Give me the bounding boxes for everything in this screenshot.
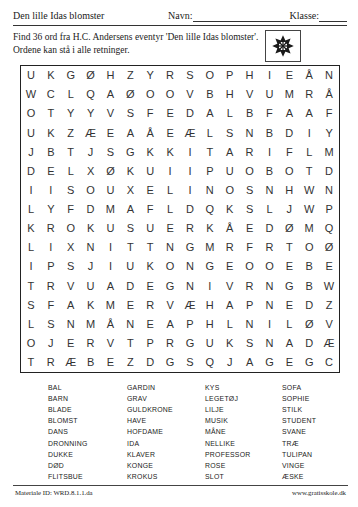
- grid-cell[interactable]: N: [260, 333, 280, 352]
- grid-cell[interactable]: U: [220, 161, 240, 180]
- grid-cell[interactable]: S: [240, 333, 260, 352]
- word-item: LEGETØJ: [205, 393, 282, 404]
- grid-cell[interactable]: Z: [61, 123, 81, 142]
- grid-cell[interactable]: Å: [319, 85, 339, 104]
- grid-cell[interactable]: E: [41, 161, 61, 180]
- grid-cell[interactable]: V: [319, 314, 339, 333]
- grid-cell[interactable]: J: [220, 352, 240, 371]
- grid-cell[interactable]: D: [180, 104, 200, 123]
- grid-cell[interactable]: Æ: [61, 352, 81, 371]
- worksheet-page: Den lille Idas blomster Navn: Klasse: Fi…: [0, 0, 358, 507]
- grid-cell[interactable]: K: [220, 199, 240, 218]
- grid-cell[interactable]: R: [240, 276, 260, 295]
- word-item: KONGE: [127, 460, 205, 471]
- grid-cell[interactable]: N: [260, 180, 280, 199]
- grid-cell[interactable]: D: [299, 295, 319, 314]
- grid-cell[interactable]: P: [319, 199, 339, 218]
- grid-cell[interactable]: M: [200, 238, 220, 257]
- grid-cell[interactable]: Å: [140, 123, 160, 142]
- grid-cell[interactable]: K: [200, 219, 220, 238]
- grid-cell[interactable]: N: [240, 123, 260, 142]
- grid-cell[interactable]: T: [41, 104, 61, 123]
- grid-cell[interactable]: I: [299, 123, 319, 142]
- instructions: Find 36 ord fra H.C. Andersens eventyr '…: [13, 31, 298, 58]
- grid-cell[interactable]: N: [61, 314, 81, 333]
- word-item: LILJE: [205, 404, 282, 415]
- grid-cell[interactable]: U: [101, 219, 121, 238]
- grid-cell[interactable]: I: [260, 66, 280, 85]
- grid-cell[interactable]: L: [200, 123, 220, 142]
- grid-cell[interactable]: K: [140, 257, 160, 276]
- grid-cell[interactable]: I: [260, 314, 280, 333]
- grid-cell[interactable]: H: [220, 85, 240, 104]
- grid-cell[interactable]: T: [279, 238, 299, 257]
- grid-cell[interactable]: S: [21, 295, 41, 314]
- header-divider: [13, 25, 347, 26]
- grid-cell[interactable]: E: [220, 257, 240, 276]
- grid-cell[interactable]: G: [260, 352, 280, 371]
- grid-cell[interactable]: A: [220, 142, 240, 161]
- grid-cell[interactable]: S: [240, 180, 260, 199]
- grid-cell[interactable]: K: [160, 142, 180, 161]
- word-item: TULIPAN: [282, 449, 316, 460]
- grid-cell[interactable]: A: [101, 276, 121, 295]
- grid-cell[interactable]: L: [21, 238, 41, 257]
- grid-cell[interactable]: I: [41, 180, 61, 199]
- grid-cell[interactable]: L: [299, 142, 319, 161]
- grid-cell[interactable]: N: [260, 276, 280, 295]
- grid-cell[interactable]: K: [140, 142, 160, 161]
- grid-cell[interactable]: R: [41, 352, 61, 371]
- class-field: Klasse:: [290, 10, 347, 22]
- grid-cell[interactable]: P: [140, 333, 160, 352]
- grid-cell[interactable]: C: [319, 352, 339, 371]
- grid-cell[interactable]: A: [120, 123, 140, 142]
- grid-cell[interactable]: F: [61, 199, 81, 218]
- grid-cell[interactable]: Q: [319, 219, 339, 238]
- grid-cell[interactable]: O: [299, 238, 319, 257]
- grid-cell[interactable]: I: [101, 238, 121, 257]
- grid-cell[interactable]: G: [200, 257, 220, 276]
- grid-cell[interactable]: E: [120, 295, 140, 314]
- grid-cell[interactable]: L: [279, 314, 299, 333]
- grid-cell[interactable]: H: [200, 295, 220, 314]
- grid-cell[interactable]: D: [180, 199, 200, 218]
- grid-cell[interactable]: R: [140, 295, 160, 314]
- grid-cell[interactable]: Y: [140, 66, 160, 85]
- grid-cell[interactable]: G: [299, 352, 319, 371]
- grid-cell[interactable]: Q: [200, 352, 220, 371]
- grid-cell[interactable]: I: [41, 238, 61, 257]
- grid-cell[interactable]: T: [21, 352, 41, 371]
- grid-cell[interactable]: L: [21, 199, 41, 218]
- grid-cell[interactable]: A: [61, 295, 81, 314]
- grid-cell[interactable]: H: [101, 66, 121, 85]
- grid-cell[interactable]: G: [180, 238, 200, 257]
- grid-cell[interactable]: M: [101, 295, 121, 314]
- grid-cell[interactable]: V: [240, 85, 260, 104]
- grid-cell[interactable]: G: [160, 352, 180, 371]
- grid-cell[interactable]: I: [21, 257, 41, 276]
- grid-cell[interactable]: U: [260, 85, 280, 104]
- grid-cell[interactable]: R: [160, 66, 180, 85]
- grid-cell[interactable]: R: [180, 219, 200, 238]
- grid-cell[interactable]: P: [41, 257, 61, 276]
- grid-cell[interactable]: S: [101, 142, 121, 161]
- grid-cell[interactable]: A: [160, 314, 180, 333]
- word-item: MÅNE: [205, 426, 282, 437]
- grid-cell[interactable]: G: [160, 276, 180, 295]
- grid-cell[interactable]: Ø: [279, 219, 299, 238]
- grid-cell[interactable]: Å: [101, 314, 121, 333]
- word-item: STUDENT: [282, 415, 316, 426]
- grid-cell[interactable]: O: [160, 85, 180, 104]
- grid-cell[interactable]: E: [279, 352, 299, 371]
- grid-cell[interactable]: E: [101, 123, 121, 142]
- grid-cell[interactable]: B: [81, 352, 101, 371]
- grid-cell[interactable]: D: [299, 333, 319, 352]
- grid-cell[interactable]: E: [279, 257, 299, 276]
- worksheet-title: Den lille Idas blomster: [13, 10, 168, 22]
- grid-cell[interactable]: Y: [81, 104, 101, 123]
- grid-cell[interactable]: I: [260, 142, 280, 161]
- all-directions-icon-box: [265, 30, 301, 62]
- grid-cell[interactable]: X: [120, 180, 140, 199]
- grid-cell[interactable]: L: [260, 199, 280, 218]
- grid-cell[interactable]: T: [200, 142, 220, 161]
- word-item: GRAV: [127, 393, 205, 404]
- grid-cell[interactable]: T: [21, 276, 41, 295]
- word-item: DØD: [48, 460, 127, 471]
- word-item: MUSIK: [205, 415, 282, 426]
- grid-cell[interactable]: S: [180, 66, 200, 85]
- grid-cell[interactable]: R: [299, 85, 319, 104]
- grid-cell[interactable]: I: [101, 257, 121, 276]
- grid-cell[interactable]: I: [160, 161, 180, 180]
- grid-cell[interactable]: O: [240, 161, 260, 180]
- word-item: KLAVER: [127, 449, 205, 460]
- grid-cell[interactable]: Æ: [319, 333, 339, 352]
- grid-cell[interactable]: U: [140, 219, 160, 238]
- name-field: Navn:: [168, 10, 289, 22]
- grid-cell[interactable]: D: [319, 161, 339, 180]
- grid-cell[interactable]: A: [101, 85, 121, 104]
- word-search-grid: UKGØHZYRSOPHIEÅNWCLQAØOOVBHVUMRÅOTYYVSFE…: [20, 65, 340, 373]
- grid-cell[interactable]: Y: [41, 199, 61, 218]
- grid-cell[interactable]: O: [279, 161, 299, 180]
- grid-cell[interactable]: T: [299, 161, 319, 180]
- grid-cell[interactable]: U: [140, 161, 160, 180]
- grid-cell[interactable]: D: [279, 123, 299, 142]
- word-column: BALBARNBLADEBLOMSTDANSDRONNINGDUKKEDØDFL…: [48, 382, 127, 483]
- grid-cell[interactable]: V: [220, 276, 240, 295]
- grid-cell[interactable]: X: [81, 161, 101, 180]
- eight-direction-arrows-icon: [268, 32, 298, 60]
- grid-cell[interactable]: P: [220, 66, 240, 85]
- grid-cell[interactable]: K: [41, 123, 61, 142]
- grid-cell[interactable]: N: [160, 238, 180, 257]
- grid-cell[interactable]: S: [120, 104, 140, 123]
- grid-cell[interactable]: N: [319, 180, 339, 199]
- grid-cell[interactable]: F: [319, 104, 339, 123]
- grid-cell[interactable]: S: [41, 314, 61, 333]
- grid-cell[interactable]: O: [240, 257, 260, 276]
- grid-cell[interactable]: L: [220, 314, 240, 333]
- grid-cell[interactable]: Ø: [120, 85, 140, 104]
- grid-cell[interactable]: W: [299, 180, 319, 199]
- grid-cell[interactable]: I: [21, 180, 41, 199]
- grid-cell[interactable]: M: [279, 85, 299, 104]
- grid-cell[interactable]: L: [160, 199, 180, 218]
- grid-cell[interactable]: U: [81, 276, 101, 295]
- grid-cell[interactable]: T: [120, 333, 140, 352]
- worksheet-footer: Materiale ID: WRD.8.1.1.da www.gratissko…: [13, 485, 348, 496]
- word-item: VINGE: [282, 460, 316, 471]
- grid-cell[interactable]: Ø: [299, 314, 319, 333]
- grid-cell[interactable]: E: [160, 219, 180, 238]
- word-item: NELLIKE: [205, 438, 282, 449]
- grid-cell[interactable]: B: [299, 257, 319, 276]
- grid-cell[interactable]: I: [200, 276, 220, 295]
- name-fill-line: [193, 11, 290, 22]
- grid-cell[interactable]: B: [260, 123, 280, 142]
- grid-cell[interactable]: R: [160, 333, 180, 352]
- grid-cell[interactable]: K: [81, 295, 101, 314]
- grid-cell[interactable]: P: [180, 314, 200, 333]
- grid-cell[interactable]: X: [61, 238, 81, 257]
- grid-cell[interactable]: G: [120, 142, 140, 161]
- grid-cell[interactable]: B: [240, 104, 260, 123]
- grid-cell[interactable]: V: [101, 333, 121, 352]
- grid-cell[interactable]: A: [120, 199, 140, 218]
- grid-cell[interactable]: G: [180, 333, 200, 352]
- word-item: TRÆ: [282, 438, 316, 449]
- grid-cell[interactable]: N: [200, 180, 220, 199]
- grid-cell[interactable]: V: [180, 85, 200, 104]
- grid-cell[interactable]: A: [220, 295, 240, 314]
- grid-cell[interactable]: M: [319, 142, 339, 161]
- grid-cell[interactable]: O: [81, 180, 101, 199]
- word-item: DUKKE: [48, 449, 127, 460]
- grid-cell[interactable]: O: [260, 257, 280, 276]
- grid-cell[interactable]: N: [180, 276, 200, 295]
- word-item: GARDIN: [127, 382, 205, 393]
- grid-cell[interactable]: K: [120, 161, 140, 180]
- grid-cell[interactable]: G: [279, 276, 299, 295]
- word-item: SLOT: [205, 471, 282, 482]
- grid-cell[interactable]: W: [299, 199, 319, 218]
- grid-cell[interactable]: E: [160, 104, 180, 123]
- grid-cell[interactable]: A: [279, 333, 299, 352]
- grid-cell[interactable]: O: [200, 66, 220, 85]
- word-column: SOFASOPHIESTILKSTUDENTSVANETRÆTULIPANVIN…: [282, 382, 316, 483]
- grid-cell[interactable]: N: [180, 257, 200, 276]
- grid-cell[interactable]: Z: [319, 295, 339, 314]
- grid-cell[interactable]: E: [240, 219, 260, 238]
- grid-cell[interactable]: L: [61, 161, 81, 180]
- grid-cell[interactable]: O: [21, 104, 41, 123]
- grid-cell[interactable]: E: [140, 314, 160, 333]
- grid-cell[interactable]: E: [279, 295, 299, 314]
- grid-cell[interactable]: R: [41, 276, 61, 295]
- grid-cell[interactable]: A: [299, 104, 319, 123]
- class-label: Klasse:: [290, 10, 319, 22]
- grid-cell[interactable]: T: [120, 238, 140, 257]
- grid-cell[interactable]: K: [220, 333, 240, 352]
- worksheet-header: Den lille Idas blomster Navn: Klasse:: [13, 10, 347, 22]
- grid-cell[interactable]: O: [61, 219, 81, 238]
- grid-cell[interactable]: I: [180, 161, 200, 180]
- grid-cell[interactable]: F: [240, 238, 260, 257]
- grid-cell[interactable]: E: [61, 333, 81, 352]
- grid-cell[interactable]: D: [81, 199, 101, 218]
- grid-cell[interactable]: V: [61, 276, 81, 295]
- grid-cell[interactable]: R: [81, 333, 101, 352]
- word-item: PROFESSOR: [205, 449, 282, 460]
- grid-cell[interactable]: R: [41, 219, 61, 238]
- word-item: BLOMST: [48, 415, 127, 426]
- grid-cell[interactable]: Æ: [180, 295, 200, 314]
- grid-cell[interactable]: A: [240, 352, 260, 371]
- grid-cell[interactable]: K: [41, 66, 61, 85]
- word-item: IDA: [127, 438, 205, 449]
- grid-cell[interactable]: L: [61, 85, 81, 104]
- grid-cell[interactable]: S: [61, 257, 81, 276]
- grid-cell[interactable]: R: [220, 238, 240, 257]
- grid-cell[interactable]: O: [21, 333, 41, 352]
- grid-cell[interactable]: W: [21, 85, 41, 104]
- grid-cell[interactable]: L: [160, 180, 180, 199]
- word-item: FLITSBUE: [48, 471, 127, 482]
- grid-cell[interactable]: N: [81, 238, 101, 257]
- grid-cell[interactable]: F: [140, 199, 160, 218]
- word-item: ÆSKE: [282, 471, 316, 482]
- website-link: www.gratisskole.dk: [292, 489, 346, 496]
- grid-cell[interactable]: S: [120, 219, 140, 238]
- grid-cell[interactable]: I: [180, 142, 200, 161]
- grid-cell[interactable]: D: [140, 352, 160, 371]
- grid-cell[interactable]: Y: [61, 104, 81, 123]
- grid-cell[interactable]: J: [81, 142, 101, 161]
- grid-cell[interactable]: Å: [220, 219, 240, 238]
- grid-cell[interactable]: T: [61, 142, 81, 161]
- grid-cell[interactable]: Z: [120, 352, 140, 371]
- grid-cell[interactable]: V: [101, 104, 121, 123]
- grid-cell[interactable]: A: [200, 104, 220, 123]
- instructions-line-1: Find 36 ord fra H.C. Andersens eventyr '…: [13, 31, 298, 44]
- grid-cell[interactable]: M: [299, 219, 319, 238]
- material-id: Materiale ID: WRD.8.1.1.da: [15, 489, 93, 496]
- grid-cell[interactable]: Ø: [81, 66, 101, 85]
- grid-cell[interactable]: D: [21, 161, 41, 180]
- grid-cell[interactable]: E: [140, 180, 160, 199]
- grid-cell[interactable]: I: [180, 180, 200, 199]
- grid-cell[interactable]: E: [319, 257, 339, 276]
- grid-cell[interactable]: F: [41, 295, 61, 314]
- grid-cell[interactable]: Z: [120, 66, 140, 85]
- grid-cell[interactable]: B: [41, 142, 61, 161]
- grid-cell[interactable]: P: [240, 295, 260, 314]
- grid-cell[interactable]: Æ: [81, 123, 101, 142]
- grid-cell[interactable]: S: [220, 123, 240, 142]
- grid-cell[interactable]: N: [240, 314, 260, 333]
- word-item: KROKUS: [127, 471, 205, 482]
- grid-cell[interactable]: D: [260, 219, 280, 238]
- grid-cell[interactable]: B: [299, 276, 319, 295]
- grid-cell[interactable]: U: [120, 257, 140, 276]
- grid-cell[interactable]: M: [81, 314, 101, 333]
- grid-cell[interactable]: M: [101, 199, 121, 218]
- grid-cell[interactable]: E: [101, 352, 121, 371]
- grid-cell[interactable]: F: [260, 104, 280, 123]
- grid-cell[interactable]: E: [140, 276, 160, 295]
- grid-cell[interactable]: C: [41, 85, 61, 104]
- grid-cell[interactable]: K: [81, 219, 101, 238]
- grid-cell[interactable]: E: [160, 123, 180, 142]
- grid-cell[interactable]: U: [21, 123, 41, 142]
- grid-cell[interactable]: N: [319, 66, 339, 85]
- grid-cell[interactable]: V: [160, 295, 180, 314]
- grid-cell[interactable]: S: [240, 199, 260, 218]
- word-item: HAVE: [127, 415, 205, 426]
- grid-cell[interactable]: U: [21, 66, 41, 85]
- grid-cell[interactable]: L: [21, 314, 41, 333]
- grid-cell[interactable]: U: [200, 333, 220, 352]
- grid-cell[interactable]: J: [21, 142, 41, 161]
- grid-cell[interactable]: U: [101, 180, 121, 199]
- grid-cell[interactable]: J: [81, 257, 101, 276]
- grid-cell[interactable]: B: [200, 85, 220, 104]
- grid-cell[interactable]: H: [240, 66, 260, 85]
- grid-cell[interactable]: T: [140, 238, 160, 257]
- instructions-line-2: Ordene kan stå i alle retninger.: [13, 44, 298, 57]
- grid-cell[interactable]: R: [260, 238, 280, 257]
- grid-cell[interactable]: Å: [299, 66, 319, 85]
- grid-cell[interactable]: N: [120, 314, 140, 333]
- grid-cell[interactable]: W: [319, 276, 339, 295]
- grid-cell[interactable]: O: [220, 180, 240, 199]
- grid-cell[interactable]: H: [279, 180, 299, 199]
- grid-cell[interactable]: F: [140, 104, 160, 123]
- grid-cell[interactable]: H: [200, 314, 220, 333]
- grid-cell[interactable]: J: [279, 199, 299, 218]
- grid-cell[interactable]: O: [140, 85, 160, 104]
- grid-cell[interactable]: O: [160, 257, 180, 276]
- grid-cell[interactable]: K: [21, 219, 41, 238]
- grid-cell[interactable]: Q: [81, 85, 101, 104]
- grid-cell[interactable]: S: [180, 352, 200, 371]
- grid-cell[interactable]: G: [61, 66, 81, 85]
- grid-cell[interactable]: Q: [200, 199, 220, 218]
- grid-cell[interactable]: F: [279, 142, 299, 161]
- grid-cell[interactable]: Ø: [101, 161, 121, 180]
- grid-cell[interactable]: N: [260, 295, 280, 314]
- grid-cell[interactable]: B: [260, 161, 280, 180]
- grid-cell[interactable]: P: [200, 161, 220, 180]
- grid-cell[interactable]: E: [279, 66, 299, 85]
- grid-cell[interactable]: R: [240, 142, 260, 161]
- grid-cell[interactable]: S: [61, 180, 81, 199]
- grid-cell[interactable]: Y: [319, 123, 339, 142]
- grid-cell[interactable]: J: [41, 333, 61, 352]
- grid-cell[interactable]: Ø: [319, 238, 339, 257]
- grid-cell[interactable]: Æ: [180, 123, 200, 142]
- word-column: KYSLEGETØJLILJEMUSIKMÅNENELLIKEPROFESSOR…: [205, 382, 282, 483]
- grid-cell[interactable]: D: [120, 276, 140, 295]
- grid-cell[interactable]: L: [220, 104, 240, 123]
- grid-cell[interactable]: A: [279, 104, 299, 123]
- word-item: DRONNING: [48, 438, 127, 449]
